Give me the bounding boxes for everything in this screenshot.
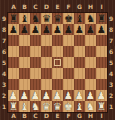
piece-black-knight: ♞ bbox=[30, 13, 41, 24]
chess-board-window: ABCDEFGHI 987654321 987654321 ♜♝♞♛♛♚♝♞♜♟… bbox=[0, 0, 115, 120]
piece-white-pawn: ♟ bbox=[8, 90, 19, 101]
square-c5[interactable] bbox=[30, 57, 41, 68]
square-e3[interactable] bbox=[52, 79, 63, 90]
file-label-c: C bbox=[30, 112, 41, 120]
square-g3[interactable] bbox=[74, 79, 85, 90]
piece-black-bishop: ♝ bbox=[19, 13, 30, 24]
square-b3[interactable] bbox=[19, 79, 30, 90]
square-e4[interactable] bbox=[52, 68, 63, 79]
rank-label-9: 9 bbox=[0, 13, 8, 24]
square-d6[interactable] bbox=[41, 46, 52, 57]
square-g7[interactable] bbox=[74, 35, 85, 46]
square-b5[interactable] bbox=[19, 57, 30, 68]
square-e8[interactable]: ♟ bbox=[52, 24, 63, 35]
square-h5[interactable] bbox=[85, 57, 96, 68]
file-label-a: A bbox=[8, 3, 19, 11]
square-b9[interactable]: ♝ bbox=[19, 13, 30, 24]
square-d8[interactable]: ♟ bbox=[41, 24, 52, 35]
rank-label-5: 5 bbox=[107, 57, 115, 68]
file-label-i: I bbox=[96, 3, 107, 11]
piece-white-pawn: ♟ bbox=[74, 90, 85, 101]
file-label-e: E bbox=[52, 112, 63, 120]
square-i3[interactable] bbox=[96, 79, 107, 90]
file-label-b: B bbox=[19, 112, 30, 120]
rank-label-1: 1 bbox=[0, 101, 8, 112]
square-e7[interactable] bbox=[52, 35, 63, 46]
rank-label-5: 5 bbox=[0, 57, 8, 68]
square-b8[interactable]: ♟ bbox=[19, 24, 30, 35]
piece-black-bishop: ♝ bbox=[74, 13, 85, 24]
piece-black-minister: ♛ bbox=[41, 13, 52, 24]
square-i1[interactable]: ♜ bbox=[96, 101, 107, 112]
square-e2[interactable]: ♟ bbox=[52, 90, 63, 101]
square-f1[interactable]: ♚ bbox=[63, 101, 74, 112]
file-label-d: D bbox=[41, 3, 52, 11]
square-e9[interactable]: ♛ bbox=[52, 13, 63, 24]
square-c9[interactable]: ♞ bbox=[30, 13, 41, 24]
file-label-b: B bbox=[19, 3, 30, 11]
square-g1[interactable]: ♝ bbox=[74, 101, 85, 112]
square-d4[interactable] bbox=[41, 68, 52, 79]
square-f5[interactable] bbox=[63, 57, 74, 68]
piece-black-queen: ♛ bbox=[52, 13, 63, 24]
square-a2[interactable]: ♟ bbox=[8, 90, 19, 101]
piece-black-pawn: ♟ bbox=[85, 24, 96, 35]
square-e1[interactable]: ♛ bbox=[52, 101, 63, 112]
square-b6[interactable] bbox=[19, 46, 30, 57]
piece-black-pawn: ♟ bbox=[74, 24, 85, 35]
square-h1[interactable]: ♞ bbox=[85, 101, 96, 112]
piece-white-queen: ♛ bbox=[52, 101, 63, 112]
piece-black-rook: ♜ bbox=[8, 13, 19, 24]
square-b2[interactable]: ♟ bbox=[19, 90, 30, 101]
rank-labels-right: 987654321 bbox=[107, 13, 115, 112]
square-h8[interactable]: ♟ bbox=[85, 24, 96, 35]
square-c3[interactable] bbox=[30, 79, 41, 90]
square-e6[interactable] bbox=[52, 46, 63, 57]
square-d3[interactable] bbox=[41, 79, 52, 90]
square-f6[interactable] bbox=[63, 46, 74, 57]
square-i9[interactable]: ♜ bbox=[96, 13, 107, 24]
square-g8[interactable]: ♟ bbox=[74, 24, 85, 35]
square-d9[interactable]: ♛ bbox=[41, 13, 52, 24]
square-a9[interactable]: ♜ bbox=[8, 13, 19, 24]
square-h4[interactable] bbox=[85, 68, 96, 79]
piece-white-pawn: ♟ bbox=[85, 90, 96, 101]
piece-black-pawn: ♟ bbox=[8, 24, 19, 35]
square-a6[interactable] bbox=[8, 46, 19, 57]
square-a7[interactable] bbox=[8, 35, 19, 46]
piece-black-pawn: ♟ bbox=[52, 24, 63, 35]
square-a4[interactable] bbox=[8, 68, 19, 79]
file-label-c: C bbox=[30, 3, 41, 11]
rank-label-6: 6 bbox=[0, 46, 8, 57]
rank-label-8: 8 bbox=[107, 24, 115, 35]
file-labels-top: ABCDEFGHI bbox=[8, 3, 107, 11]
rank-label-9: 9 bbox=[107, 13, 115, 24]
rank-label-6: 6 bbox=[107, 46, 115, 57]
rank-label-4: 4 bbox=[107, 68, 115, 79]
piece-white-minister: ♛ bbox=[41, 101, 52, 112]
square-i4[interactable] bbox=[96, 68, 107, 79]
rank-label-2: 2 bbox=[0, 90, 8, 101]
file-label-a: A bbox=[8, 112, 19, 120]
piece-white-knight: ♞ bbox=[85, 101, 96, 112]
file-label-h: H bbox=[85, 3, 96, 11]
piece-white-pawn: ♟ bbox=[19, 90, 30, 101]
file-label-f: F bbox=[63, 3, 74, 11]
square-e5[interactable] bbox=[52, 57, 63, 68]
square-h2[interactable]: ♟ bbox=[85, 90, 96, 101]
piece-white-pawn: ♟ bbox=[41, 90, 52, 101]
square-c8[interactable]: ♟ bbox=[30, 24, 41, 35]
piece-white-pawn: ♟ bbox=[30, 90, 41, 101]
square-f9[interactable]: ♚ bbox=[63, 13, 74, 24]
square-h3[interactable] bbox=[85, 79, 96, 90]
piece-black-pawn: ♟ bbox=[30, 24, 41, 35]
file-labels-bottom: ABCDEFGHI bbox=[8, 112, 107, 120]
square-f8[interactable]: ♟ bbox=[63, 24, 74, 35]
square-g5[interactable] bbox=[74, 57, 85, 68]
center-square-marker bbox=[54, 59, 61, 66]
square-a8[interactable]: ♟ bbox=[8, 24, 19, 35]
square-h6[interactable] bbox=[85, 46, 96, 57]
piece-black-pawn: ♟ bbox=[96, 24, 107, 35]
square-a3[interactable] bbox=[8, 79, 19, 90]
square-f4[interactable] bbox=[63, 68, 74, 79]
board-squares: ♜♝♞♛♛♚♝♞♜♟♟♟♟♟♟♟♟♟♟♟♟♟♟♟♟♟♟♜♝♞♛♛♚♝♞♜ bbox=[8, 13, 107, 112]
square-c2[interactable]: ♟ bbox=[30, 90, 41, 101]
rank-label-7: 7 bbox=[0, 35, 8, 46]
square-i2[interactable]: ♟ bbox=[96, 90, 107, 101]
square-d1[interactable]: ♛ bbox=[41, 101, 52, 112]
square-b1[interactable]: ♝ bbox=[19, 101, 30, 112]
square-g2[interactable]: ♟ bbox=[74, 90, 85, 101]
file-label-h: H bbox=[85, 112, 96, 120]
square-g9[interactable]: ♝ bbox=[74, 13, 85, 24]
file-label-e: E bbox=[52, 3, 63, 11]
square-c1[interactable]: ♞ bbox=[30, 101, 41, 112]
piece-black-pawn: ♟ bbox=[41, 24, 52, 35]
piece-white-rook: ♜ bbox=[8, 101, 19, 112]
piece-white-pawn: ♟ bbox=[63, 90, 74, 101]
file-label-g: G bbox=[74, 3, 85, 11]
piece-black-knight: ♞ bbox=[85, 13, 96, 24]
file-label-g: G bbox=[74, 112, 85, 120]
square-i8[interactable]: ♟ bbox=[96, 24, 107, 35]
piece-white-pawn: ♟ bbox=[96, 90, 107, 101]
square-d2[interactable]: ♟ bbox=[41, 90, 52, 101]
rank-label-8: 8 bbox=[0, 24, 8, 35]
square-f2[interactable]: ♟ bbox=[63, 90, 74, 101]
square-g6[interactable] bbox=[74, 46, 85, 57]
square-g4[interactable] bbox=[74, 68, 85, 79]
rank-label-2: 2 bbox=[107, 90, 115, 101]
piece-white-knight: ♞ bbox=[30, 101, 41, 112]
rank-labels-left: 987654321 bbox=[0, 13, 8, 112]
rank-label-1: 1 bbox=[107, 101, 115, 112]
file-label-i: I bbox=[96, 112, 107, 120]
square-d5[interactable] bbox=[41, 57, 52, 68]
square-h9[interactable]: ♞ bbox=[85, 13, 96, 24]
file-label-f: F bbox=[63, 112, 74, 120]
square-h7[interactable] bbox=[85, 35, 96, 46]
square-i5[interactable] bbox=[96, 57, 107, 68]
square-d7[interactable] bbox=[41, 35, 52, 46]
piece-white-pawn: ♟ bbox=[52, 90, 63, 101]
file-label-d: D bbox=[41, 112, 52, 120]
square-a1[interactable]: ♜ bbox=[8, 101, 19, 112]
square-f3[interactable] bbox=[63, 79, 74, 90]
piece-black-king: ♚ bbox=[63, 13, 74, 24]
piece-white-rook: ♜ bbox=[96, 101, 107, 112]
square-f7[interactable] bbox=[63, 35, 74, 46]
square-i7[interactable] bbox=[96, 35, 107, 46]
square-c7[interactable] bbox=[30, 35, 41, 46]
square-i6[interactable] bbox=[96, 46, 107, 57]
rank-label-4: 4 bbox=[0, 68, 8, 79]
piece-white-bishop: ♝ bbox=[19, 101, 30, 112]
piece-black-rook: ♜ bbox=[96, 13, 107, 24]
piece-white-bishop: ♝ bbox=[74, 101, 85, 112]
square-c4[interactable] bbox=[30, 68, 41, 79]
rank-label-7: 7 bbox=[107, 35, 115, 46]
rank-label-3: 3 bbox=[0, 79, 8, 90]
piece-white-king: ♚ bbox=[63, 101, 74, 112]
piece-black-pawn: ♟ bbox=[19, 24, 30, 35]
rank-label-3: 3 bbox=[107, 79, 115, 90]
square-b7[interactable] bbox=[19, 35, 30, 46]
square-c6[interactable] bbox=[30, 46, 41, 57]
piece-black-pawn: ♟ bbox=[63, 24, 74, 35]
square-b4[interactable] bbox=[19, 68, 30, 79]
square-a5[interactable] bbox=[8, 57, 19, 68]
